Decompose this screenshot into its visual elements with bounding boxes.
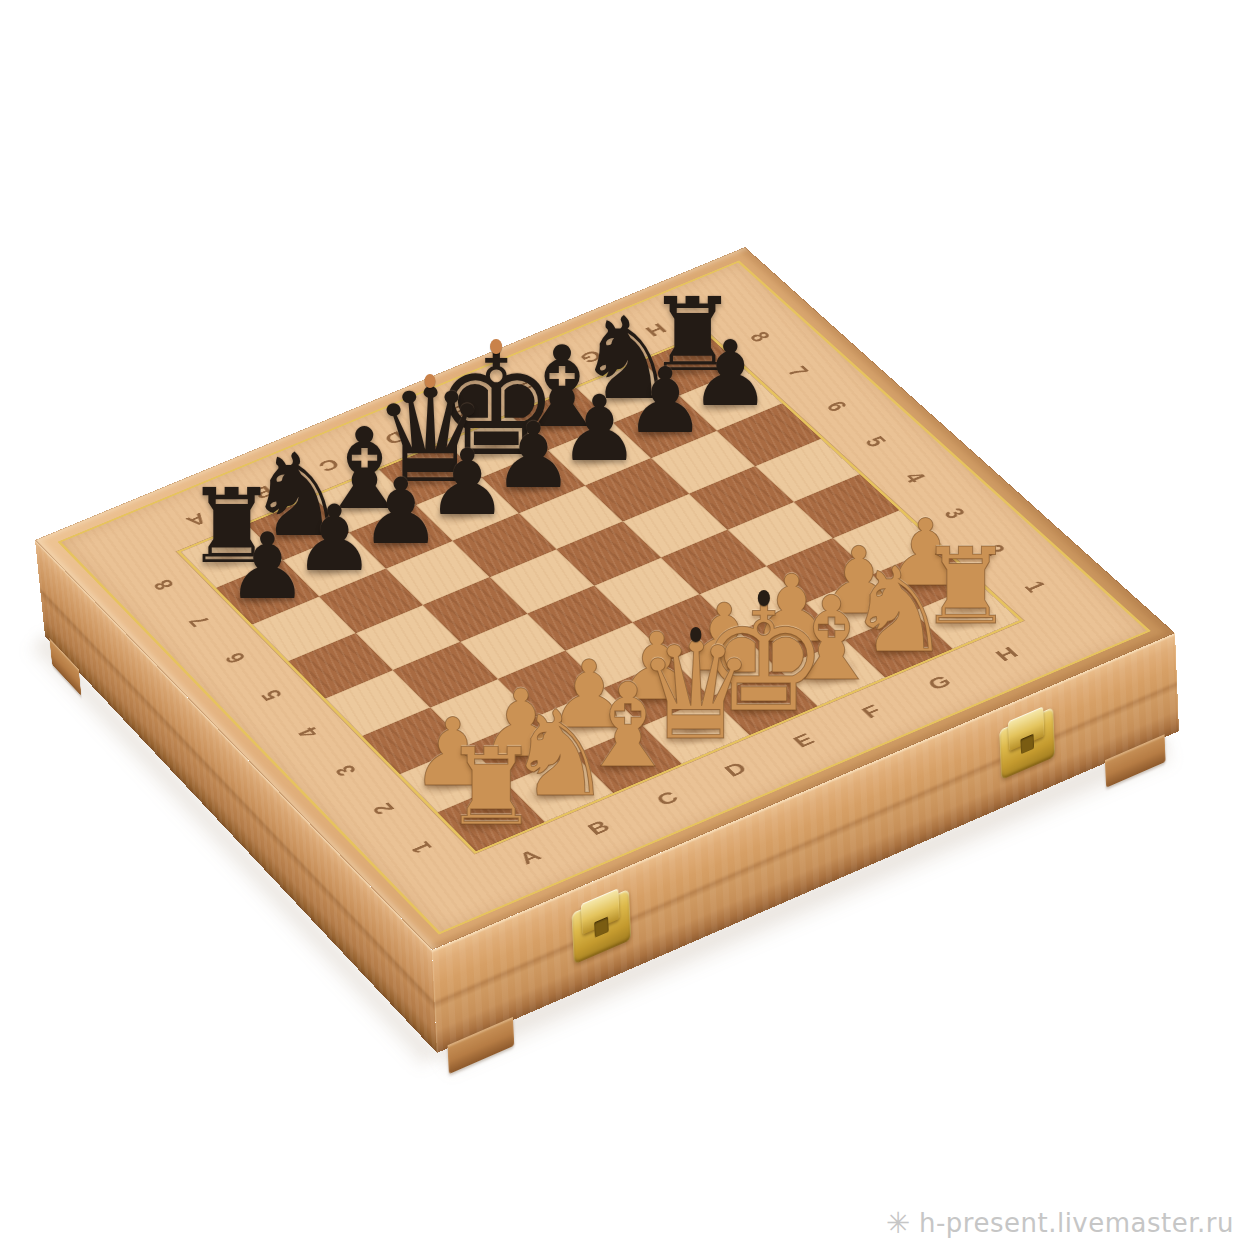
flower-icon: ✳ <box>886 1209 910 1238</box>
watermark-text: h-present.livemaster.ru <box>919 1208 1234 1238</box>
box-foot <box>1105 734 1166 787</box>
watermark: ✳ h-present.livemaster.ru <box>886 1208 1234 1238</box>
brass-latch-left <box>571 889 631 965</box>
brass-latch-right <box>999 707 1055 780</box>
chess-board: 8877665544332211AABBCCDDEEFFGGHH <box>35 247 1175 950</box>
box-foot <box>448 1017 515 1074</box>
box-foot <box>49 638 81 696</box>
scene: 8877665544332211AABBCCDDEEFFGGHH ♜♞♝♛♚♝♞… <box>0 0 1250 1250</box>
